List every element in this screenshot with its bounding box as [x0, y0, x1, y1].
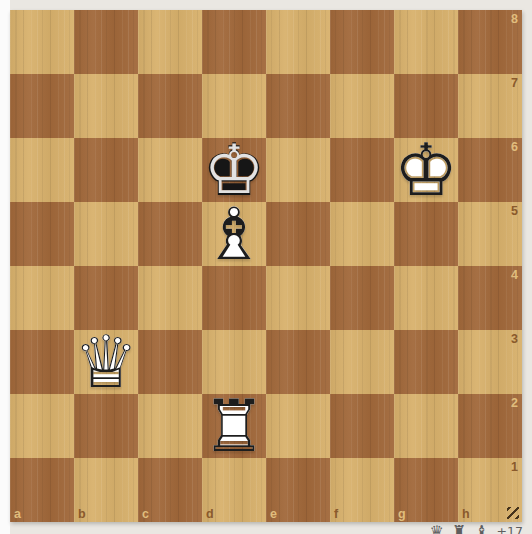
square-c5[interactable] — [138, 202, 202, 266]
square-b7[interactable] — [74, 74, 138, 138]
square-g4[interactable] — [394, 266, 458, 330]
square-e5[interactable] — [266, 202, 330, 266]
square-d7[interactable] — [202, 74, 266, 138]
rank-label-5: 5 — [511, 205, 518, 218]
white-king-piece[interactable]: ♚♔ — [394, 138, 458, 202]
file-label-f: f — [334, 508, 338, 521]
square-g6[interactable]: ♚♔ — [394, 138, 458, 202]
square-f1[interactable]: f — [330, 458, 394, 522]
square-f7[interactable] — [330, 74, 394, 138]
square-e3[interactable] — [266, 330, 330, 394]
rank-label-1: 1 — [511, 461, 518, 474]
square-f5[interactable] — [330, 202, 394, 266]
square-e6[interactable] — [266, 138, 330, 202]
square-b1[interactable]: b — [74, 458, 138, 522]
square-a2[interactable] — [10, 394, 74, 458]
captured-queen-icon: ♛ — [430, 524, 444, 534]
captured-bishop-icon: ♝ — [474, 524, 488, 534]
rank-label-4: 4 — [511, 269, 518, 282]
square-c6[interactable] — [138, 138, 202, 202]
square-g2[interactable] — [394, 394, 458, 458]
square-b3[interactable]: ♛♕ — [74, 330, 138, 394]
square-d4[interactable] — [202, 266, 266, 330]
square-g3[interactable] — [394, 330, 458, 394]
square-a7[interactable] — [10, 74, 74, 138]
square-e7[interactable] — [266, 74, 330, 138]
rank-label-3: 3 — [511, 333, 518, 346]
file-label-g: g — [398, 508, 406, 521]
square-h8[interactable]: 8 — [458, 10, 522, 74]
captured-rook-icon: ♜ — [452, 524, 466, 534]
rank-label-2: 2 — [511, 397, 518, 410]
file-label-h: h — [462, 508, 470, 521]
square-f4[interactable] — [330, 266, 394, 330]
square-b2[interactable] — [74, 394, 138, 458]
square-d8[interactable] — [202, 10, 266, 74]
square-c7[interactable] — [138, 74, 202, 138]
square-b5[interactable] — [74, 202, 138, 266]
square-a5[interactable] — [10, 202, 74, 266]
square-e2[interactable] — [266, 394, 330, 458]
square-d5[interactable]: ♝♗ — [202, 202, 266, 266]
square-b6[interactable] — [74, 138, 138, 202]
square-a8[interactable] — [10, 10, 74, 74]
square-c2[interactable] — [138, 394, 202, 458]
square-f8[interactable] — [330, 10, 394, 74]
square-f6[interactable] — [330, 138, 394, 202]
square-f2[interactable] — [330, 394, 394, 458]
square-b4[interactable] — [74, 266, 138, 330]
square-d2[interactable]: ♜♖ — [202, 394, 266, 458]
rank-label-8: 8 — [511, 13, 518, 26]
file-label-c: c — [142, 508, 149, 521]
square-e4[interactable] — [266, 266, 330, 330]
square-e8[interactable] — [266, 10, 330, 74]
square-c3[interactable] — [138, 330, 202, 394]
square-c4[interactable] — [138, 266, 202, 330]
square-e1[interactable]: e — [266, 458, 330, 522]
file-label-e: e — [270, 508, 277, 521]
square-d3[interactable] — [202, 330, 266, 394]
file-label-b: b — [78, 508, 86, 521]
file-label-a: a — [14, 508, 21, 521]
square-g7[interactable] — [394, 74, 458, 138]
square-a1[interactable]: a — [10, 458, 74, 522]
white-queen-piece[interactable]: ♛♕ — [74, 330, 138, 394]
square-g5[interactable] — [394, 202, 458, 266]
square-h2[interactable]: 2 — [458, 394, 522, 458]
square-d1[interactable]: d — [202, 458, 266, 522]
black-king-piece[interactable]: ♚♔ — [202, 138, 266, 202]
square-a3[interactable] — [10, 330, 74, 394]
square-c1[interactable]: c — [138, 458, 202, 522]
material-advantage-value: +17 — [497, 526, 523, 534]
material-advantage: ♛ ♜ ♝ +17 — [430, 524, 523, 534]
rank-label-7: 7 — [511, 77, 518, 90]
rank-label-6: 6 — [511, 141, 518, 154]
square-f3[interactable] — [330, 330, 394, 394]
square-h5[interactable]: 5 — [458, 202, 522, 266]
square-c8[interactable] — [138, 10, 202, 74]
white-bishop-piece[interactable]: ♝♗ — [202, 202, 266, 266]
square-h4[interactable]: 4 — [458, 266, 522, 330]
chess-board: 87♚♔♚♔6♝♗54♛♕3♜♖2abcdefg1h — [10, 10, 522, 522]
square-h7[interactable]: 7 — [458, 74, 522, 138]
left-scrollbar-strip — [0, 0, 10, 534]
square-g8[interactable] — [394, 10, 458, 74]
board-resize-handle[interactable] — [507, 507, 519, 519]
square-h3[interactable]: 3 — [458, 330, 522, 394]
square-b8[interactable] — [74, 10, 138, 74]
file-label-d: d — [206, 508, 214, 521]
square-a4[interactable] — [10, 266, 74, 330]
white-rook-piece[interactable]: ♜♖ — [202, 394, 266, 458]
square-g1[interactable]: g — [394, 458, 458, 522]
square-d6[interactable]: ♚♔ — [202, 138, 266, 202]
square-a6[interactable] — [10, 138, 74, 202]
square-h6[interactable]: 6 — [458, 138, 522, 202]
page: 87♚♔♚♔6♝♗54♛♕3♜♖2abcdefg1h ♛ ♜ ♝ +17 — [0, 0, 532, 534]
